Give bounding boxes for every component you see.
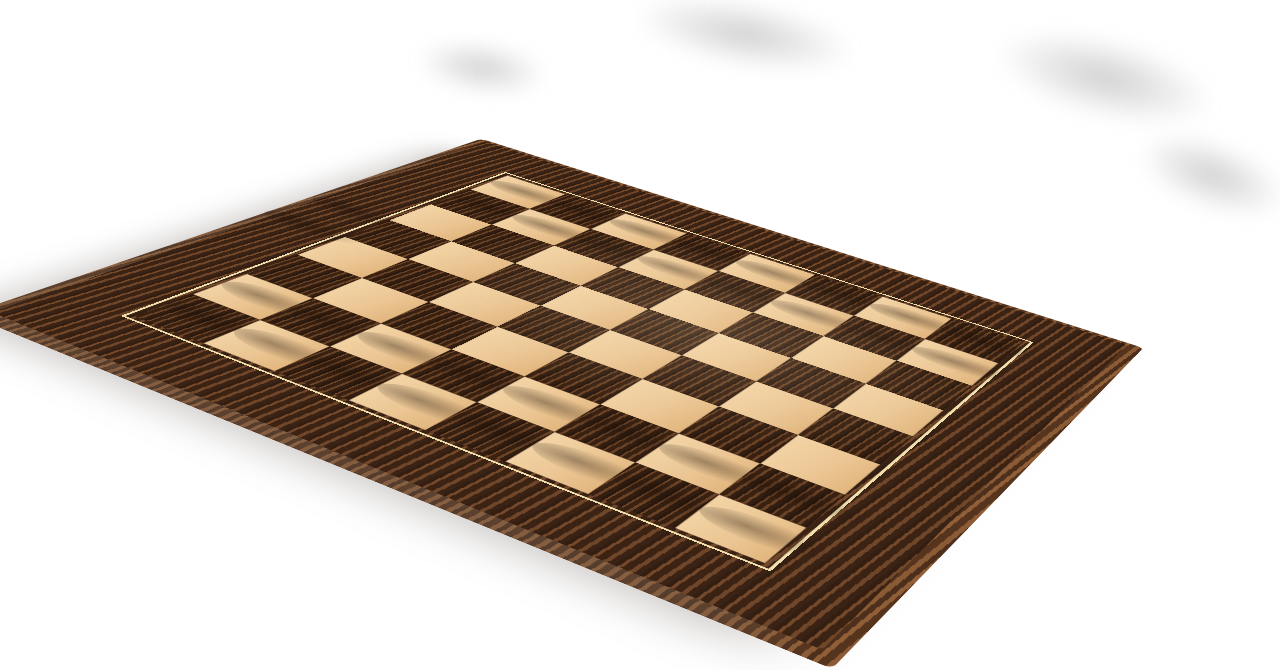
backdrop-shadow (1095, 94, 1280, 257)
square-h1[interactable]: ♜ (675, 495, 807, 564)
chess-set-photo: ♜♞♝♛♚♝♞♜♟♟♟♟♟♟♟♟♟♟♟♟♟♟♟♟♜♞♝♛♚♝♞♜ ♛♛ (0, 0, 1280, 670)
square-h7[interactable]: ♟ (896, 339, 998, 386)
board-grid: ♜♞♝♛♚♝♞♜♟♟♟♟♟♟♟♟♟♟♟♟♟♟♟♟♜♞♝♛♚♝♞♜ (135, 176, 1023, 564)
chess-board: ♜♞♝♛♚♝♞♜♟♟♟♟♟♟♟♟♟♟♟♟♟♟♟♟♜♞♝♛♚♝♞♜ ♛♛ (0, 142, 1127, 650)
